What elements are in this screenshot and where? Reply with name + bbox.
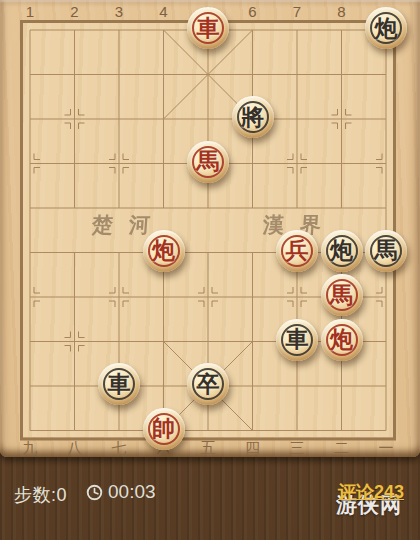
column-label-bottom: 二 [331,440,353,456]
piece-glyph: 卒 [197,372,220,395]
column-label-bottom: 八 [64,440,86,456]
move-counter: 步数:0 [14,483,67,507]
piece-black-soldier[interactable]: 卒 [187,363,229,405]
timer-value: 00:03 [108,481,156,503]
piece-red-general[interactable]: 帥 [143,408,185,450]
piece-red-cannon[interactable]: 炮 [321,319,363,361]
piece-glyph: 炮 [330,327,353,350]
column-label-top: 6 [242,4,264,20]
piece-glyph: 兵 [286,238,309,261]
piece-glyph: 車 [286,327,309,350]
piece-glyph: 馬 [330,283,353,306]
column-label-bottom: 九 [19,440,41,456]
piece-black-general[interactable]: 將 [232,96,274,138]
column-label-bottom: 四 [242,440,264,456]
column-label-top: 1 [19,4,41,20]
column-label-top: 4 [153,4,175,20]
column-label-bottom: 五 [197,440,219,456]
piece-black-cannon[interactable]: 炮 [321,230,363,272]
game-timer: 00:03 [86,481,156,503]
piece-black-chariot[interactable]: 車 [98,363,140,405]
column-label-top: 3 [108,4,130,20]
column-label-bottom: 三 [286,440,308,456]
clock-icon [86,484,103,501]
piece-glyph: 馬 [197,149,220,172]
piece-red-horse[interactable]: 馬 [321,274,363,316]
piece-glyph: 馬 [375,238,398,261]
status-bar: 步数:0 00:03 游侠网 评论243 [0,457,420,540]
piece-black-cannon[interactable]: 炮 [365,7,407,49]
column-label-bottom: 七 [108,440,130,456]
piece-black-chariot[interactable]: 車 [276,319,318,361]
piece-glyph: 車 [108,372,131,395]
column-label-top: 8 [331,4,353,20]
piece-glyph: 炮 [152,238,175,261]
piece-glyph: 炮 [330,238,353,261]
piece-red-horse[interactable]: 馬 [187,141,229,183]
column-label-bottom: 一 [375,440,397,456]
piece-glyph: 將 [241,105,264,128]
piece-glyph: 炮 [375,16,398,39]
piece-glyph: 車 [197,16,220,39]
piece-glyph: 帥 [152,416,175,439]
piece-red-soldier[interactable]: 兵 [276,230,318,272]
piece-red-cannon[interactable]: 炮 [143,230,185,272]
xiangqi-game-screen: 123456789九八七六五四三二一 楚河 漢界 車炮將馬炮兵炮馬馬車炮車卒帥 … [0,0,420,540]
column-label-top: 2 [64,4,86,20]
comments-link[interactable]: 评论243 [338,480,404,504]
xiangqi-board[interactable]: 123456789九八七六五四三二一 楚河 漢界 車炮將馬炮兵炮馬馬車炮車卒帥 [0,0,420,457]
piece-black-horse[interactable]: 馬 [365,230,407,272]
piece-red-chariot[interactable]: 車 [187,7,229,49]
column-label-top: 7 [286,4,308,20]
